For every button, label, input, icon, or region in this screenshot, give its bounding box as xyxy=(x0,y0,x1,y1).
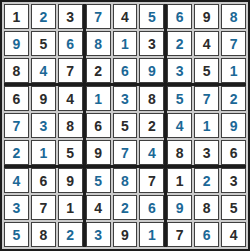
cell-r7c5[interactable]: 8 xyxy=(113,168,138,193)
cell-r2c1[interactable]: 9 xyxy=(4,31,29,56)
cell-r3c6[interactable]: 9 xyxy=(139,58,164,83)
cell-r8c7[interactable]: 9 xyxy=(167,195,192,220)
cell-r2c2[interactable]: 5 xyxy=(31,31,56,56)
cell-r4c6[interactable]: 8 xyxy=(139,86,164,111)
cell-r8c4[interactable]: 4 xyxy=(86,195,111,220)
cell-r4c8[interactable]: 7 xyxy=(194,86,219,111)
cell-r5c6[interactable]: 2 xyxy=(139,113,164,138)
cell-r4c3[interactable]: 4 xyxy=(58,86,83,111)
cell-r2c7[interactable]: 2 xyxy=(167,31,192,56)
cell-r1c3[interactable]: 3 xyxy=(58,4,83,29)
cell-r2c6[interactable]: 3 xyxy=(139,31,164,56)
cell-r4c9[interactable]: 2 xyxy=(221,86,246,111)
cell-r2c8[interactable]: 4 xyxy=(194,31,219,56)
cell-r3c3[interactable]: 7 xyxy=(58,58,83,83)
cell-r8c6[interactable]: 6 xyxy=(139,195,164,220)
cell-r7c1[interactable]: 4 xyxy=(4,168,29,193)
cell-r5c2[interactable]: 3 xyxy=(31,113,56,138)
cell-r7c4[interactable]: 5 xyxy=(86,168,111,193)
box-9: 123985764 xyxy=(167,168,246,247)
cell-r6c6[interactable]: 4 xyxy=(139,140,164,165)
sudoku-frame: 1239568477458132696982473516947382151386… xyxy=(0,0,250,251)
cell-r6c3[interactable]: 5 xyxy=(58,140,83,165)
box-4: 694738215 xyxy=(4,86,83,165)
cell-r5c3[interactable]: 8 xyxy=(58,113,83,138)
box-2: 745813269 xyxy=(86,4,165,83)
cell-r1c9[interactable]: 8 xyxy=(221,4,246,29)
box-1: 123956847 xyxy=(4,4,83,83)
cell-r8c2[interactable]: 7 xyxy=(31,195,56,220)
cell-r1c8[interactable]: 9 xyxy=(194,4,219,29)
cell-r8c8[interactable]: 8 xyxy=(194,195,219,220)
cell-r6c1[interactable]: 2 xyxy=(4,140,29,165)
box-5: 138652974 xyxy=(86,86,165,165)
cell-r4c1[interactable]: 6 xyxy=(4,86,29,111)
cell-r9c5[interactable]: 9 xyxy=(113,222,138,247)
cell-r5c7[interactable]: 4 xyxy=(167,113,192,138)
cell-r3c5[interactable]: 6 xyxy=(113,58,138,83)
cell-r7c2[interactable]: 6 xyxy=(31,168,56,193)
cell-r6c8[interactable]: 3 xyxy=(194,140,219,165)
cell-r3c4[interactable]: 2 xyxy=(86,58,111,83)
box-8: 587426391 xyxy=(86,168,165,247)
cell-r6c7[interactable]: 8 xyxy=(167,140,192,165)
cell-r7c3[interactable]: 9 xyxy=(58,168,83,193)
cell-r3c9[interactable]: 1 xyxy=(221,58,246,83)
cell-r3c1[interactable]: 8 xyxy=(4,58,29,83)
cell-r5c5[interactable]: 5 xyxy=(113,113,138,138)
box-6: 572419836 xyxy=(167,86,246,165)
cell-r6c9[interactable]: 6 xyxy=(221,140,246,165)
cell-r7c8[interactable]: 2 xyxy=(194,168,219,193)
cell-r5c8[interactable]: 1 xyxy=(194,113,219,138)
cell-r4c5[interactable]: 3 xyxy=(113,86,138,111)
cell-r9c4[interactable]: 3 xyxy=(86,222,111,247)
cell-r2c5[interactable]: 1 xyxy=(113,31,138,56)
cell-r1c5[interactable]: 4 xyxy=(113,4,138,29)
cell-r4c4[interactable]: 1 xyxy=(86,86,111,111)
cell-r9c9[interactable]: 4 xyxy=(221,222,246,247)
cell-r3c8[interactable]: 5 xyxy=(194,58,219,83)
cell-r9c8[interactable]: 6 xyxy=(194,222,219,247)
cell-r2c3[interactable]: 6 xyxy=(58,31,83,56)
cell-r6c4[interactable]: 9 xyxy=(86,140,111,165)
cell-r4c2[interactable]: 9 xyxy=(31,86,56,111)
cell-r1c2[interactable]: 2 xyxy=(31,4,56,29)
cell-r5c4[interactable]: 6 xyxy=(86,113,111,138)
cell-r8c9[interactable]: 5 xyxy=(221,195,246,220)
cell-r5c1[interactable]: 7 xyxy=(4,113,29,138)
cell-r9c2[interactable]: 8 xyxy=(31,222,56,247)
cell-r6c5[interactable]: 7 xyxy=(113,140,138,165)
cell-r1c7[interactable]: 6 xyxy=(167,4,192,29)
cell-r8c3[interactable]: 1 xyxy=(58,195,83,220)
cell-r9c3[interactable]: 2 xyxy=(58,222,83,247)
cell-r3c2[interactable]: 4 xyxy=(31,58,56,83)
box-7: 469371582 xyxy=(4,168,83,247)
sudoku-board: 1239568477458132696982473516947382151386… xyxy=(4,4,246,247)
cell-r2c9[interactable]: 7 xyxy=(221,31,246,56)
cell-r7c9[interactable]: 3 xyxy=(221,168,246,193)
box-3: 698247351 xyxy=(167,4,246,83)
cell-r9c6[interactable]: 1 xyxy=(139,222,164,247)
cell-r5c9[interactable]: 9 xyxy=(221,113,246,138)
cell-r6c2[interactable]: 1 xyxy=(31,140,56,165)
cell-r8c1[interactable]: 3 xyxy=(4,195,29,220)
cell-r4c7[interactable]: 5 xyxy=(167,86,192,111)
cell-r9c1[interactable]: 5 xyxy=(4,222,29,247)
cell-r3c7[interactable]: 3 xyxy=(167,58,192,83)
cell-r1c6[interactable]: 5 xyxy=(139,4,164,29)
cell-r1c1[interactable]: 1 xyxy=(4,4,29,29)
cell-r9c7[interactable]: 7 xyxy=(167,222,192,247)
cell-r7c6[interactable]: 7 xyxy=(139,168,164,193)
cell-r1c4[interactable]: 7 xyxy=(86,4,111,29)
cell-r7c7[interactable]: 1 xyxy=(167,168,192,193)
cell-r2c4[interactable]: 8 xyxy=(86,31,111,56)
cell-r8c5[interactable]: 2 xyxy=(113,195,138,220)
